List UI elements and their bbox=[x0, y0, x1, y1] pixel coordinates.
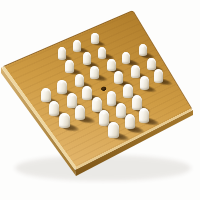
empty-hole[interactable] bbox=[101, 86, 108, 92]
scene bbox=[0, 0, 200, 200]
